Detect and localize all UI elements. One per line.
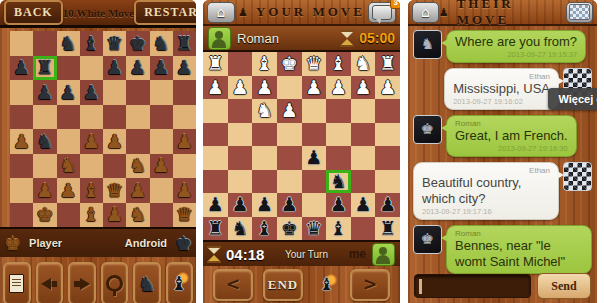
- chat-title: ♟ THEIR MOVE: [439, 0, 566, 28]
- board-square[interactable]: ♞: [252, 99, 277, 123]
- board-square[interactable]: ♟: [10, 56, 33, 81]
- black-rook-piece: ♜: [36, 58, 53, 77]
- black-knight-piece: ♞: [36, 132, 53, 151]
- board-square[interactable]: [302, 123, 327, 147]
- board-3d: ♞♝♛♚♞♜♟♜♟♟♟♟♟♟♟♟♞♟♟♟♞♞♟♟♟♝♛♟♟♚♝♟♞♛: [10, 31, 196, 227]
- board-square[interactable]: [351, 170, 376, 194]
- board-square[interactable]: [103, 154, 126, 179]
- local-toolbar: ♞ ♝: [0, 260, 196, 303]
- black-bishop-piece: ♝: [83, 34, 100, 53]
- board-square[interactable]: [277, 123, 302, 147]
- board-square[interactable]: ♝: [80, 203, 103, 228]
- chat-message: ♚ Roman Bennes, near "le womt Saint Mich…: [413, 225, 592, 274]
- board-square[interactable]: ♟: [277, 99, 302, 123]
- board-square[interactable]: ♝: [326, 52, 351, 76]
- left-arrow-icon: [41, 278, 57, 290]
- board-square[interactable]: ♟: [103, 56, 126, 81]
- local-top-bar: BACK 10.White Move RESTART: [0, 0, 196, 28]
- board-square[interactable]: [203, 99, 228, 123]
- board-square[interactable]: ♛: [103, 178, 126, 203]
- board-square[interactable]: ♝: [252, 52, 277, 76]
- board-square[interactable]: ♟: [173, 56, 196, 81]
- right-arrow-icon: [74, 278, 90, 290]
- board-square[interactable]: ♝: [80, 31, 103, 56]
- black-knight-piece: ♞: [153, 34, 170, 53]
- screenshot-stage: BACK 10.White Move RESTART ♞♝♛♚♞♜♟♜♟♟♟♟♟…: [0, 0, 604, 303]
- board-square[interactable]: [326, 146, 351, 170]
- player-chat-avatar: [563, 162, 592, 191]
- white-pawn-piece: ♟: [176, 132, 193, 151]
- status-bar: 04:18 Your Turn me: [203, 240, 400, 266]
- send-button[interactable]: Send: [537, 273, 591, 299]
- board-square[interactable]: [10, 203, 33, 228]
- white-pawn-piece: ♟: [355, 78, 372, 97]
- black-king-piece: ♚: [281, 219, 298, 238]
- board-square[interactable]: [203, 123, 228, 147]
- board-square[interactable]: [228, 52, 253, 76]
- board-square[interactable]: [375, 170, 400, 194]
- white-pawn-piece: ♟: [256, 78, 273, 97]
- board-square[interactable]: [302, 170, 327, 194]
- board-square[interactable]: [10, 80, 33, 105]
- black-pawn-piece: ♟: [129, 58, 146, 77]
- board-square[interactable]: [10, 154, 33, 179]
- more-overlay-button[interactable]: Więcej o: [548, 88, 597, 110]
- chat-badge: 3: [390, 0, 400, 9]
- home-icon: ⌂: [217, 5, 226, 19]
- knight-icon: ♞: [138, 274, 156, 294]
- players-bar: ♚ Player Android ♚: [0, 227, 196, 257]
- white-pawn-piece: ♟: [60, 181, 77, 200]
- board-square[interactable]: ♛: [103, 31, 126, 56]
- black-pawn-piece: ♟: [281, 195, 298, 214]
- board-square[interactable]: [103, 105, 126, 130]
- black-pawn-piece: ♟: [330, 195, 347, 214]
- theme-button[interactable]: ♝: [166, 262, 194, 303]
- opponent-chat-avatar: ♚: [413, 225, 442, 254]
- panel-online-game: ⌂ ♟ YOUR MOVE 3 Roman 05:00 ♜♝♚♛♝♞♜♟♟♟♟♟…: [203, 0, 400, 303]
- black-pawn-piece: ♟: [231, 195, 248, 214]
- chat-list: ♞ Where are you from? 2013-09-27 19:15:3…: [408, 26, 597, 274]
- board-square[interactable]: ♝: [80, 178, 103, 203]
- board-square[interactable]: [33, 154, 56, 179]
- board-square[interactable]: [33, 105, 56, 130]
- white-knight-piece: ♞: [129, 205, 146, 224]
- board-square[interactable]: [228, 99, 253, 123]
- board-square[interactable]: ♟: [57, 178, 80, 203]
- board-square[interactable]: ♟: [302, 146, 327, 170]
- bishop-icon: ♝: [171, 272, 188, 294]
- board-square[interactable]: ♞: [126, 203, 149, 228]
- board-square[interactable]: [351, 123, 376, 147]
- chat-bubble-icon: [372, 5, 392, 20]
- move-counter: 10.White Move: [63, 7, 134, 19]
- black-pawn-piece: ♟: [60, 83, 77, 102]
- board-square[interactable]: [173, 80, 196, 105]
- chat-bubble: Roman Bennes, near "le womt Saint Michel…: [446, 225, 592, 274]
- chat-button[interactable]: 3: [368, 2, 396, 23]
- black-bishop-piece: ♝: [330, 219, 347, 238]
- chat-bubble: Roman Great, I am French. 2013-09-27 19:…: [446, 115, 577, 157]
- hourglass-icon: [208, 247, 220, 262]
- black-rook-piece: ♜: [176, 34, 193, 53]
- opponent-chat-avatar: ♚: [413, 115, 442, 144]
- board-square[interactable]: [375, 146, 400, 170]
- my-avatar: [372, 243, 395, 266]
- board-square[interactable]: ♟: [375, 76, 400, 100]
- board-square[interactable]: ♟: [252, 76, 277, 100]
- turn-label: Your Turn: [270, 249, 342, 260]
- board-square[interactable]: [57, 203, 80, 228]
- board-square[interactable]: ♛: [173, 203, 196, 228]
- board-square[interactable]: ♟: [126, 178, 149, 203]
- online-title: ♟ YOUR MOVE: [238, 4, 365, 20]
- board-square[interactable]: ♝: [252, 217, 277, 241]
- home-icon: ⌂: [421, 5, 430, 19]
- black-knight-piece: ♞: [60, 34, 77, 53]
- board-square[interactable]: [150, 178, 173, 203]
- board-square[interactable]: ♟: [150, 56, 173, 81]
- white-queen-piece: ♛: [176, 205, 193, 224]
- black-queen-piece: ♛: [106, 34, 123, 53]
- board-square[interactable]: [252, 170, 277, 194]
- board-square[interactable]: [10, 31, 33, 56]
- chat-composer: Send: [408, 269, 597, 303]
- board-2d: ♜♝♚♛♝♞♜♟♟♟♟♟♟♟♞♟♟♞♟♟♟♟♟♟♟♜♞♝♚♛♝♜: [203, 52, 400, 240]
- white-king-piece: ♚: [36, 205, 53, 224]
- moves-list-button[interactable]: [3, 262, 31, 303]
- board-square[interactable]: ♟: [33, 80, 56, 105]
- white-queen-piece: ♛: [305, 54, 322, 73]
- board-square[interactable]: ♟: [126, 56, 149, 81]
- board-square[interactable]: ♟: [277, 193, 302, 217]
- board-square[interactable]: [277, 76, 302, 100]
- black-pawn-piece: ♟: [36, 83, 53, 102]
- board-square[interactable]: [10, 105, 33, 130]
- white-knight-piece: ♞: [355, 54, 372, 73]
- board-square[interactable]: ♛: [302, 52, 327, 76]
- chat-message: ♞ Where are you from? 2013-09-27 19:15:3…: [413, 30, 592, 63]
- black-rook-piece: ♜: [379, 219, 396, 238]
- white-knight-piece: ♞: [60, 156, 77, 175]
- board-square[interactable]: ♜: [203, 52, 228, 76]
- panel-local-game: BACK 10.White Move RESTART ♞♝♛♚♞♜♟♜♟♟♟♟♟…: [0, 0, 196, 303]
- white-pawn-piece: ♟: [231, 78, 248, 97]
- nav-row: < END ♝ >: [203, 266, 400, 303]
- board-square[interactable]: [150, 203, 173, 228]
- board-square[interactable]: ♟: [80, 80, 103, 105]
- board-square[interactable]: [277, 146, 302, 170]
- checkerboard-icon: [569, 4, 590, 20]
- board-square[interactable]: [173, 154, 196, 179]
- board-square[interactable]: ♟: [302, 76, 327, 100]
- board-square[interactable]: ♞: [351, 52, 376, 76]
- board-square[interactable]: [277, 170, 302, 194]
- white-rook-piece: ♜: [207, 54, 224, 73]
- board-square[interactable]: [302, 193, 327, 217]
- board-square[interactable]: [351, 146, 376, 170]
- undo-button[interactable]: [36, 262, 64, 303]
- piece-icon: ♟: [439, 7, 452, 18]
- board-square[interactable]: [80, 56, 103, 81]
- board-square[interactable]: [57, 56, 80, 81]
- chevron-left-icon: <: [226, 276, 240, 293]
- white-pawn-piece: ♟: [106, 205, 123, 224]
- board-square[interactable]: [375, 123, 400, 147]
- board-square[interactable]: ♟: [103, 203, 126, 228]
- white-knight-piece: ♞: [256, 101, 273, 120]
- black-pawn-piece: ♟: [106, 58, 123, 77]
- board-square[interactable]: ♟: [351, 76, 376, 100]
- opponent-name: Roman: [237, 31, 335, 46]
- board-square[interactable]: [33, 31, 56, 56]
- board-square[interactable]: ♟: [103, 129, 126, 154]
- board-square[interactable]: [375, 99, 400, 123]
- board-square[interactable]: [351, 99, 376, 123]
- board-square[interactable]: ♞: [57, 31, 80, 56]
- board-square[interactable]: ♚: [277, 217, 302, 241]
- online-header: ⌂ ♟ YOUR MOVE 3: [203, 0, 400, 26]
- chat-message: Ethan Beautiful country, which city? 201…: [413, 162, 592, 220]
- my-timer: 04:18: [226, 246, 264, 263]
- white-pawn-piece: ♟: [106, 132, 123, 151]
- board-square[interactable]: [126, 80, 149, 105]
- black-pawn-piece: ♟: [256, 195, 273, 214]
- next-move-button[interactable]: >: [350, 269, 390, 301]
- board-square[interactable]: ♟: [203, 76, 228, 100]
- board-square[interactable]: [150, 80, 173, 105]
- bishop-icon: ♝: [319, 274, 334, 294]
- board-square[interactable]: [252, 123, 277, 147]
- board-square[interactable]: ♜: [375, 217, 400, 241]
- black-bishop-piece: ♝: [256, 219, 273, 238]
- black-pawn-piece: ♟: [207, 195, 224, 214]
- board-square[interactable]: ♛: [302, 217, 327, 241]
- board-square[interactable]: [203, 170, 228, 194]
- board-square[interactable]: [150, 105, 173, 130]
- board-view-button[interactable]: [566, 2, 593, 23]
- home-button[interactable]: ⌂: [207, 2, 235, 23]
- board-square[interactable]: ♜: [173, 31, 196, 56]
- board-square[interactable]: ♟: [57, 80, 80, 105]
- white-king-icon: ♚: [4, 234, 21, 253]
- white-pawn-piece: ♟: [129, 181, 146, 200]
- black-pawn-piece: ♟: [83, 83, 100, 102]
- chevron-right-icon: >: [363, 276, 377, 293]
- board-square[interactable]: ♟: [375, 193, 400, 217]
- board-square[interactable]: [252, 146, 277, 170]
- board-square[interactable]: ♟: [326, 193, 351, 217]
- board-square[interactable]: ♜: [375, 52, 400, 76]
- board-square[interactable]: [351, 217, 376, 241]
- white-pawn-piece: ♟: [176, 181, 193, 200]
- board-square[interactable]: ♚: [277, 52, 302, 76]
- board-square[interactable]: [228, 146, 253, 170]
- end-button[interactable]: END: [263, 269, 303, 301]
- white-pawn-piece: ♟: [153, 156, 170, 175]
- text-caret: [419, 279, 422, 294]
- white-bishop-piece: ♝: [330, 54, 347, 73]
- board-square[interactable]: [173, 105, 196, 130]
- magnifier-button[interactable]: [101, 262, 129, 303]
- board-square[interactable]: [326, 99, 351, 123]
- board-square[interactable]: ♟: [33, 178, 56, 203]
- white-pawn-piece: ♟: [207, 78, 224, 97]
- board-square[interactable]: [10, 178, 33, 203]
- white-knight-piece: ♞: [129, 156, 146, 175]
- board-square[interactable]: ♟: [351, 193, 376, 217]
- chat-bubble: Where are you from? 2013-09-27 19:15:37: [446, 30, 586, 63]
- board-square[interactable]: [57, 105, 80, 130]
- board-square[interactable]: ♞: [326, 170, 351, 194]
- board-square[interactable]: [126, 129, 149, 154]
- black-king-icon: ♚: [175, 234, 192, 253]
- android-label: Android: [125, 237, 167, 249]
- board-square[interactable]: ♟: [203, 193, 228, 217]
- board-square[interactable]: [150, 129, 173, 154]
- board-square[interactable]: ♞: [150, 31, 173, 56]
- black-king-piece: ♚: [129, 34, 146, 53]
- board-square[interactable]: ♜: [33, 56, 56, 81]
- board-square[interactable]: ♟: [326, 76, 351, 100]
- chat-bubble: Ethan Mississippi, USA 2013-09-27 19:16:…: [444, 68, 559, 110]
- white-pawn-piece: ♟: [330, 78, 347, 97]
- black-pawn-piece: ♟: [305, 148, 322, 167]
- black-pawn-piece: ♟: [355, 195, 372, 214]
- board-square[interactable]: [80, 154, 103, 179]
- theme-shortcut[interactable]: ♝: [313, 276, 340, 294]
- white-bishop-piece: ♝: [83, 205, 100, 224]
- board-square[interactable]: [126, 105, 149, 130]
- board-square[interactable]: ♟: [228, 76, 253, 100]
- white-pawn-piece: ♟: [83, 132, 100, 151]
- board-square[interactable]: ♞: [33, 129, 56, 154]
- white-bishop-piece: ♝: [256, 54, 273, 73]
- lamp-glow-icon: ♝: [319, 276, 334, 294]
- home-button[interactable]: ⌂: [412, 2, 439, 23]
- board-square[interactable]: ♟: [150, 154, 173, 179]
- board-square[interactable]: ♟: [80, 129, 103, 154]
- white-king-piece: ♚: [281, 54, 298, 73]
- opponent-avatar: [208, 27, 231, 50]
- black-queen-piece: ♛: [305, 219, 322, 238]
- black-pawn-piece: ♟: [379, 195, 396, 214]
- board-square[interactable]: [302, 99, 327, 123]
- black-knight-piece: ♞: [231, 219, 248, 238]
- board-square[interactable]: ♞: [57, 154, 80, 179]
- opponent-timer: 05:00: [359, 30, 395, 46]
- chat-bubble: Ethan Beautiful country, which city? 201…: [413, 162, 559, 220]
- redo-button[interactable]: [68, 262, 96, 303]
- white-pawn-piece: ♟: [13, 132, 30, 151]
- board-square[interactable]: [80, 105, 103, 130]
- black-pawn-piece: ♟: [13, 58, 30, 77]
- board-square[interactable]: ♟: [173, 129, 196, 154]
- board-square[interactable]: ♞: [126, 154, 149, 179]
- board-square[interactable]: ♜: [203, 217, 228, 241]
- board-square[interactable]: [228, 123, 253, 147]
- white-pawn-piece: ♟: [379, 78, 396, 97]
- black-rook-piece: ♜: [207, 219, 224, 238]
- chat-message: ♚ Roman Great, I am French. 2013-09-27 1…: [413, 115, 592, 157]
- board-square[interactable]: [228, 170, 253, 194]
- player-label: Player: [29, 237, 62, 249]
- board-square[interactable]: ♟: [173, 178, 196, 203]
- me-label: me: [349, 247, 366, 261]
- board-square[interactable]: [57, 129, 80, 154]
- magnifier-icon: [106, 275, 123, 292]
- white-pawn-piece: ♟: [281, 101, 298, 120]
- opponent-chat-avatar: ♞: [413, 30, 442, 59]
- back-button[interactable]: BACK: [4, 0, 63, 25]
- board-square[interactable]: ♝: [326, 217, 351, 241]
- board-square[interactable]: [326, 123, 351, 147]
- black-pawn-piece: ♟: [153, 58, 170, 77]
- piece-icon: ♟: [238, 7, 251, 18]
- black-knight-piece: ♞: [330, 172, 347, 191]
- black-pawn-piece: ♟: [176, 58, 193, 77]
- chat-input[interactable]: [414, 274, 531, 298]
- board-square[interactable]: ♞: [228, 217, 253, 241]
- pieces-button[interactable]: ♞: [133, 262, 161, 303]
- white-pawn-piece: ♟: [36, 181, 53, 200]
- board-square[interactable]: ♟: [228, 193, 253, 217]
- white-queen-piece: ♛: [106, 181, 123, 200]
- chat-header: ⌂ ♟ THEIR MOVE: [408, 0, 597, 26]
- restart-button[interactable]: RESTART: [134, 0, 196, 25]
- board-square[interactable]: ♟: [10, 129, 33, 154]
- board-square[interactable]: ♚: [33, 203, 56, 228]
- board-square[interactable]: [103, 80, 126, 105]
- document-icon: [9, 274, 24, 293]
- board-square[interactable]: [203, 146, 228, 170]
- board-square[interactable]: ♚: [126, 31, 149, 56]
- opponent-bar: Roman 05:00: [203, 26, 400, 52]
- white-pawn-piece: ♟: [305, 78, 322, 97]
- panel-chat: ⌂ ♟ THEIR MOVE ♞ Where are you from? 201…: [408, 0, 597, 303]
- prev-move-button[interactable]: <: [213, 269, 253, 301]
- lamp-glow-icon: ♝: [171, 274, 188, 294]
- board-square[interactable]: ♟: [252, 193, 277, 217]
- white-bishop-piece: ♝: [83, 181, 100, 200]
- white-rook-piece: ♜: [379, 54, 396, 73]
- hourglass-icon: [341, 31, 353, 46]
